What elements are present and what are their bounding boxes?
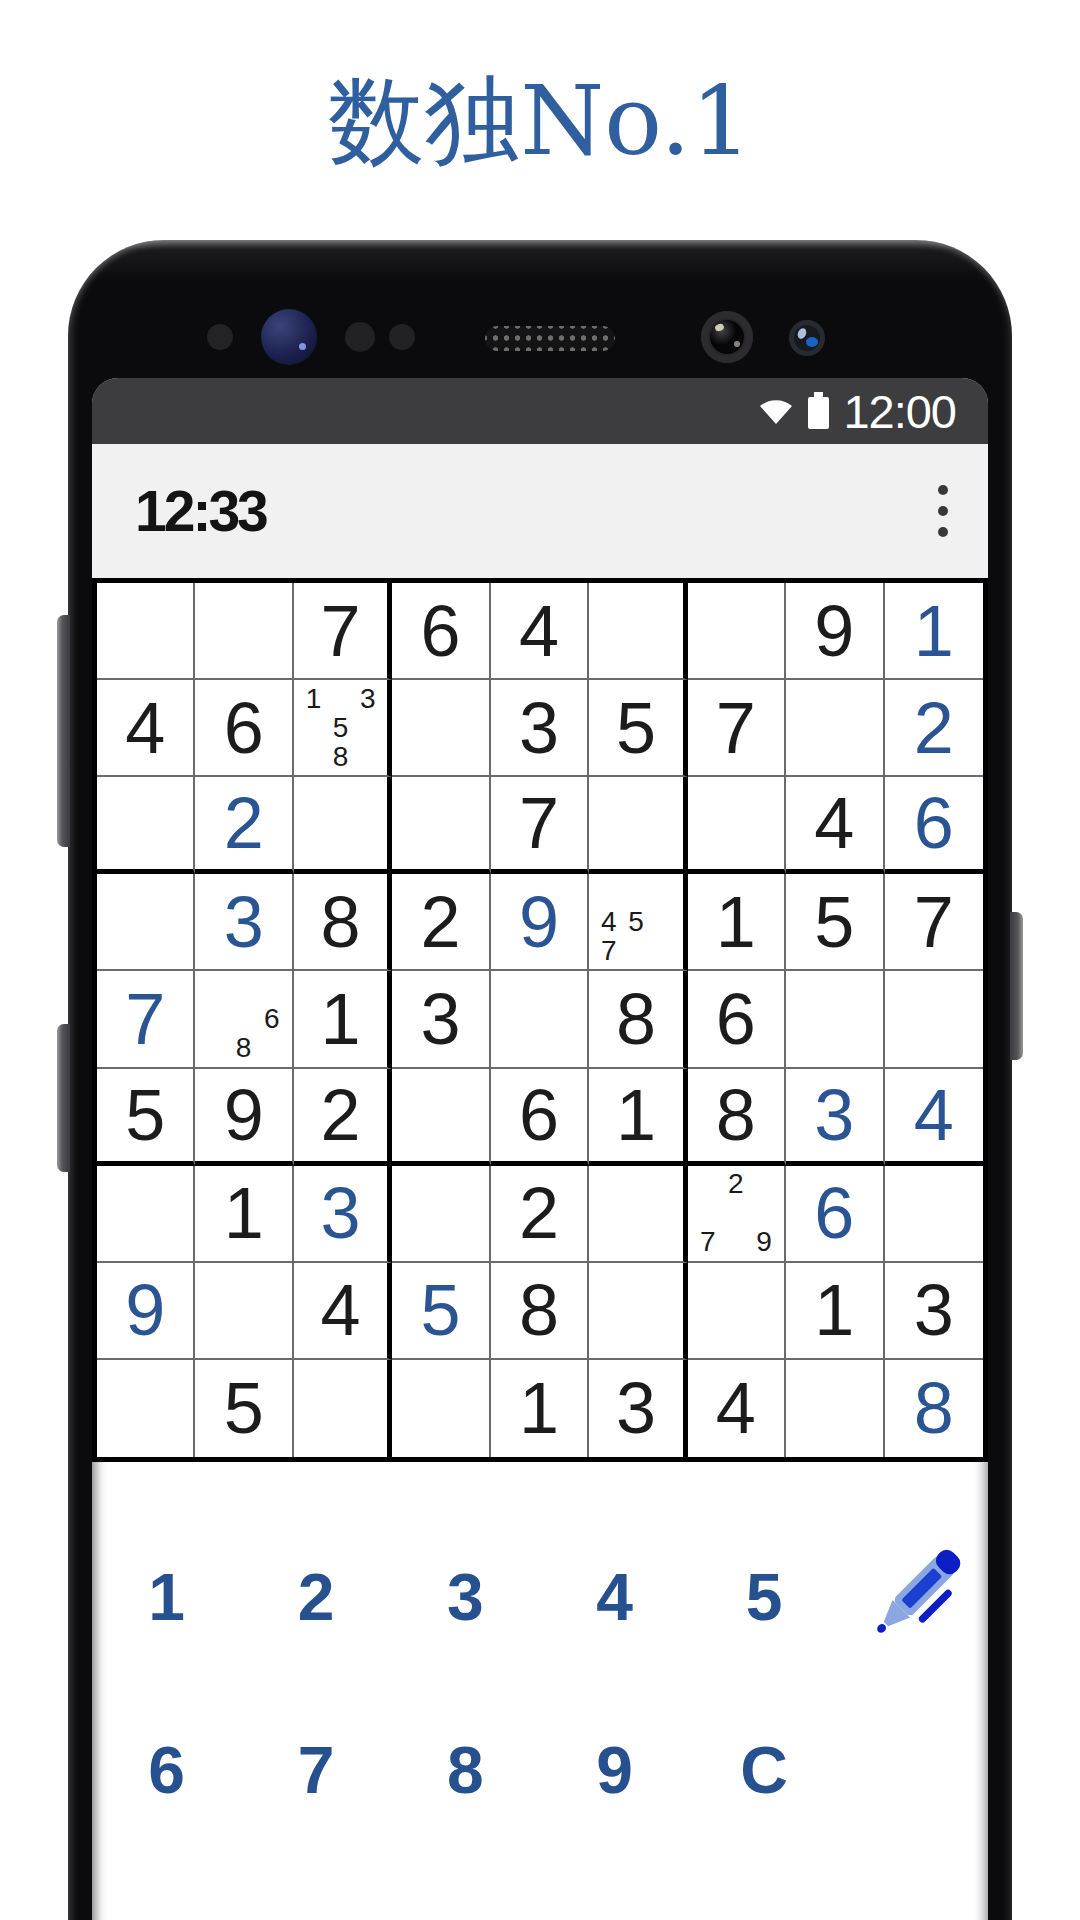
pencil-digit: 6 bbox=[258, 1004, 286, 1033]
user-digit: 1 bbox=[914, 595, 954, 667]
cell-r1c6[interactable] bbox=[589, 583, 687, 680]
cell-r4c9[interactable]: 7 bbox=[885, 874, 983, 971]
cell-r2c2[interactable]: 6 bbox=[195, 680, 293, 777]
given-digit: 2 bbox=[321, 1079, 361, 1151]
given-digit: 1 bbox=[519, 1372, 559, 1444]
cell-r1c9[interactable]: 1 bbox=[885, 583, 983, 680]
pencil-digit: 8 bbox=[327, 742, 354, 771]
cell-r6c7[interactable]: 8 bbox=[688, 1069, 786, 1166]
given-digit: 7 bbox=[321, 595, 361, 667]
cell-r8c9[interactable]: 3 bbox=[885, 1263, 983, 1360]
given-digit: 2 bbox=[421, 886, 461, 958]
cell-r6c2[interactable]: 9 bbox=[195, 1069, 293, 1166]
user-digit: 4 bbox=[914, 1079, 954, 1151]
cell-r7c6[interactable] bbox=[589, 1166, 687, 1263]
numpad-button-8[interactable]: 8 bbox=[447, 1737, 484, 1803]
cell-r9c4[interactable] bbox=[392, 1360, 490, 1457]
pencil-digit: 7 bbox=[595, 936, 622, 965]
phone-frame: 12:00 12:33 7649146135835722746382945715… bbox=[68, 240, 1012, 1920]
cell-r5c3[interactable]: 1 bbox=[294, 971, 392, 1068]
given-digit: 5 bbox=[616, 692, 656, 764]
numpad-button-5[interactable]: 5 bbox=[746, 1564, 783, 1630]
cell-r3c3[interactable] bbox=[294, 777, 392, 874]
cell-r9c7[interactable]: 4 bbox=[688, 1360, 786, 1457]
clear-button[interactable]: C bbox=[740, 1737, 788, 1803]
user-digit: 9 bbox=[519, 886, 559, 958]
given-digit: 9 bbox=[224, 1079, 264, 1151]
cell-r3c4[interactable] bbox=[392, 777, 490, 874]
page-title: 数独No.1 bbox=[0, 58, 1080, 188]
given-digit: 4 bbox=[125, 692, 165, 764]
cell-r3c9[interactable]: 6 bbox=[885, 777, 983, 874]
cell-r9c1[interactable] bbox=[97, 1360, 195, 1457]
cell-r8c3[interactable]: 4 bbox=[294, 1263, 392, 1360]
cell-r6c5[interactable]: 6 bbox=[491, 1069, 589, 1166]
given-digit: 8 bbox=[716, 1079, 756, 1151]
given-digit: 8 bbox=[616, 983, 656, 1055]
cell-r6c8[interactable]: 3 bbox=[786, 1069, 884, 1166]
cell-r6c4[interactable] bbox=[392, 1069, 490, 1166]
numpad-button-4[interactable]: 4 bbox=[596, 1564, 633, 1630]
cell-r5c9[interactable] bbox=[885, 971, 983, 1068]
given-digit: 3 bbox=[914, 1274, 954, 1346]
cell-r4c8[interactable]: 5 bbox=[786, 874, 884, 971]
cell-r9c8[interactable] bbox=[786, 1360, 884, 1457]
cell-r8c6[interactable] bbox=[589, 1263, 687, 1360]
cell-r9c2[interactable]: 5 bbox=[195, 1360, 293, 1457]
numpad-row-2: 6789C bbox=[92, 1683, 988, 1856]
cell-r7c8[interactable]: 6 bbox=[786, 1166, 884, 1263]
given-digit: 4 bbox=[716, 1372, 756, 1444]
given-digit: 1 bbox=[814, 1274, 854, 1346]
given-digit: 3 bbox=[616, 1372, 656, 1444]
number-pad: 12345 6789C bbox=[92, 1510, 988, 1856]
status-time: 12:00 bbox=[843, 384, 956, 439]
cell-r7c2[interactable]: 1 bbox=[195, 1166, 293, 1263]
proximity-sensor bbox=[207, 324, 233, 350]
cell-r9c9[interactable]: 8 bbox=[885, 1360, 983, 1457]
cell-r5c6[interactable]: 8 bbox=[589, 971, 687, 1068]
cell-r3c2[interactable]: 2 bbox=[195, 777, 293, 874]
pencil-marks: 279 bbox=[694, 1170, 778, 1257]
cell-r6c6[interactable]: 1 bbox=[589, 1069, 687, 1166]
pencil-digit: 5 bbox=[622, 907, 649, 936]
cell-r8c2[interactable] bbox=[195, 1263, 293, 1360]
cell-r1c1[interactable] bbox=[97, 583, 195, 680]
sudoku-grid: 7649146135835722746382945715776813865926… bbox=[92, 578, 988, 1462]
cell-r1c2[interactable] bbox=[195, 583, 293, 680]
pencil-marks: 1358 bbox=[300, 684, 381, 771]
pencil-marks: 457 bbox=[595, 878, 676, 965]
cell-r7c3[interactable]: 3 bbox=[294, 1166, 392, 1263]
cell-r6c1[interactable]: 5 bbox=[97, 1069, 195, 1166]
cell-r2c8[interactable] bbox=[786, 680, 884, 777]
cell-r1c7[interactable] bbox=[688, 583, 786, 680]
user-digit: 6 bbox=[814, 1177, 854, 1249]
pencil-digit: 1 bbox=[300, 684, 327, 713]
given-digit: 4 bbox=[814, 787, 854, 859]
given-digit: 1 bbox=[716, 886, 756, 958]
cell-r3c8[interactable]: 4 bbox=[786, 777, 884, 874]
user-digit: 8 bbox=[914, 1372, 954, 1444]
cell-r2c3[interactable]: 1358 bbox=[294, 680, 392, 777]
sensor-dot bbox=[389, 324, 415, 350]
given-digit: 7 bbox=[519, 787, 559, 859]
user-digit: 7 bbox=[125, 983, 165, 1055]
cell-r3c5[interactable]: 7 bbox=[491, 777, 589, 874]
cell-r2c9[interactable]: 2 bbox=[885, 680, 983, 777]
cell-r3c7[interactable] bbox=[688, 777, 786, 874]
cell-r7c5[interactable]: 2 bbox=[491, 1166, 589, 1263]
cell-r5c1[interactable]: 7 bbox=[97, 971, 195, 1068]
user-digit: 2 bbox=[224, 787, 264, 859]
pen-icon bbox=[851, 1535, 975, 1659]
cell-r5c4[interactable]: 3 bbox=[392, 971, 490, 1068]
user-digit: 3 bbox=[321, 1177, 361, 1249]
given-digit: 4 bbox=[519, 595, 559, 667]
cell-r1c3[interactable]: 7 bbox=[294, 583, 392, 680]
cell-r8c5[interactable]: 8 bbox=[491, 1263, 589, 1360]
wifi-icon bbox=[758, 397, 794, 425]
given-digit: 4 bbox=[321, 1274, 361, 1346]
given-digit: 3 bbox=[421, 983, 461, 1055]
given-digit: 6 bbox=[519, 1079, 559, 1151]
given-digit: 7 bbox=[716, 692, 756, 764]
cell-r4c6[interactable]: 457 bbox=[589, 874, 687, 971]
cell-r5c8[interactable] bbox=[786, 971, 884, 1068]
given-digit: 3 bbox=[519, 692, 559, 764]
numpad-button-2[interactable]: 2 bbox=[298, 1564, 335, 1630]
numpad-button-1[interactable]: 1 bbox=[148, 1564, 185, 1630]
given-digit: 5 bbox=[224, 1372, 264, 1444]
cell-r9c6[interactable]: 3 bbox=[589, 1360, 687, 1457]
assistant-button bbox=[57, 1024, 70, 1172]
cell-r1c4[interactable]: 6 bbox=[392, 583, 490, 680]
given-digit: 2 bbox=[519, 1177, 559, 1249]
user-digit: 9 bbox=[125, 1274, 165, 1346]
pencil-digit: 2 bbox=[722, 1170, 750, 1199]
cell-r3c1[interactable] bbox=[97, 777, 195, 874]
cell-r5c2[interactable]: 68 bbox=[195, 971, 293, 1068]
elapsed-timer: 12:33 bbox=[135, 478, 266, 544]
pencil-digit: 5 bbox=[327, 713, 354, 742]
cell-r7c7[interactable]: 279 bbox=[688, 1166, 786, 1263]
cell-r7c1[interactable] bbox=[97, 1166, 195, 1263]
cell-r1c5[interactable]: 4 bbox=[491, 583, 589, 680]
numpad-row-1: 12345 bbox=[92, 1510, 988, 1683]
pencil-digit: 3 bbox=[354, 684, 381, 713]
numpad-button-3[interactable]: 3 bbox=[447, 1564, 484, 1630]
pencil-digit: 7 bbox=[694, 1228, 722, 1257]
given-digit: 1 bbox=[616, 1079, 656, 1151]
pencil-digit: 9 bbox=[750, 1228, 778, 1257]
cell-r4c3[interactable]: 8 bbox=[294, 874, 392, 971]
given-digit: 9 bbox=[814, 595, 854, 667]
cell-r5c5[interactable] bbox=[491, 971, 589, 1068]
given-digit: 5 bbox=[125, 1079, 165, 1151]
volume-button bbox=[57, 615, 70, 847]
cell-r2c7[interactable]: 7 bbox=[688, 680, 786, 777]
cell-r7c4[interactable] bbox=[392, 1166, 490, 1263]
cell-r4c4[interactable]: 2 bbox=[392, 874, 490, 971]
app-screen: 12:00 12:33 7649146135835722746382945715… bbox=[92, 378, 988, 1920]
given-digit: 1 bbox=[321, 983, 361, 1055]
numpad-button-9[interactable]: 9 bbox=[596, 1737, 633, 1803]
cell-r8c1[interactable]: 9 bbox=[97, 1263, 195, 1360]
pencil-digit: 8 bbox=[230, 1034, 258, 1063]
sensor-dot bbox=[345, 322, 375, 352]
front-camera2-icon bbox=[789, 320, 825, 356]
given-digit: 8 bbox=[321, 886, 361, 958]
cell-r2c4[interactable] bbox=[392, 680, 490, 777]
cell-r4c7[interactable]: 1 bbox=[688, 874, 786, 971]
app-bar: 12:33 bbox=[92, 444, 988, 578]
user-digit: 3 bbox=[224, 886, 264, 958]
cell-r1c8[interactable]: 9 bbox=[786, 583, 884, 680]
cell-r8c4[interactable]: 5 bbox=[392, 1263, 490, 1360]
given-digit: 8 bbox=[519, 1274, 559, 1346]
iris-sensor bbox=[261, 309, 317, 365]
cell-r8c7[interactable] bbox=[688, 1263, 786, 1360]
cell-r4c1[interactable] bbox=[97, 874, 195, 971]
cell-r2c5[interactable]: 3 bbox=[491, 680, 589, 777]
given-digit: 7 bbox=[914, 886, 954, 958]
cell-r2c1[interactable]: 4 bbox=[97, 680, 195, 777]
cell-r9c3[interactable] bbox=[294, 1360, 392, 1457]
given-digit: 5 bbox=[814, 886, 854, 958]
battery-icon bbox=[807, 392, 830, 430]
cell-r4c2[interactable]: 3 bbox=[195, 874, 293, 971]
user-digit: 6 bbox=[914, 787, 954, 859]
earpiece-speaker bbox=[485, 326, 615, 351]
given-digit: 6 bbox=[224, 692, 264, 764]
cell-r2c6[interactable]: 5 bbox=[589, 680, 687, 777]
pen-mode-button[interactable] bbox=[847, 1527, 979, 1667]
numpad-button-6[interactable]: 6 bbox=[148, 1737, 185, 1803]
status-bar: 12:00 bbox=[92, 378, 988, 444]
user-digit: 5 bbox=[421, 1274, 461, 1346]
cell-r4c5[interactable]: 9 bbox=[491, 874, 589, 971]
user-digit: 2 bbox=[914, 692, 954, 764]
cell-r9c5[interactable]: 1 bbox=[491, 1360, 589, 1457]
pencil-marks: 68 bbox=[201, 975, 285, 1062]
cell-r5c7[interactable]: 6 bbox=[688, 971, 786, 1068]
numpad-button-7[interactable]: 7 bbox=[298, 1737, 335, 1803]
cell-r3c6[interactable] bbox=[589, 777, 687, 874]
given-digit: 6 bbox=[716, 983, 756, 1055]
cell-r6c3[interactable]: 2 bbox=[294, 1069, 392, 1166]
user-digit: 3 bbox=[814, 1079, 854, 1151]
given-digit: 6 bbox=[421, 595, 461, 667]
cell-r8c8[interactable]: 1 bbox=[786, 1263, 884, 1360]
front-camera-icon bbox=[701, 311, 753, 363]
pencil-digit: 4 bbox=[595, 907, 622, 936]
given-digit: 1 bbox=[224, 1177, 264, 1249]
overflow-menu-icon[interactable] bbox=[932, 479, 954, 543]
cell-r6c9[interactable]: 4 bbox=[885, 1069, 983, 1166]
power-button bbox=[1010, 912, 1023, 1060]
cell-r7c9[interactable] bbox=[885, 1166, 983, 1263]
